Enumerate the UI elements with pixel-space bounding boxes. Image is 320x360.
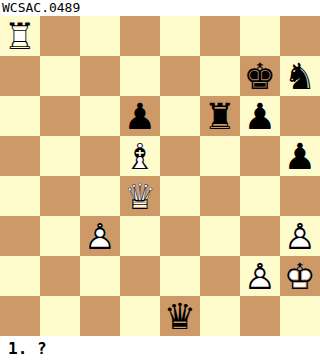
square-a7[interactable] <box>0 56 40 96</box>
piece-black-rook[interactable]: ♜ <box>200 96 240 136</box>
chess-board: ♜♖♚♞♟♜♟♝♗♟♛♕♟♙♟♙♟♙♚♔♛ <box>0 16 320 336</box>
chess-diagram: WCSAC.0489 ♜♖♚♞♟♜♟♝♗♟♛♕♟♙♟♙♟♙♚♔♛ 1. ? <box>0 0 320 360</box>
piece-white-king[interactable]: ♚♔ <box>280 256 320 296</box>
piece-glyph: ♕ <box>120 176 160 216</box>
square-c7[interactable] <box>80 56 120 96</box>
piece-black-knight[interactable]: ♞ <box>280 56 320 96</box>
square-e5[interactable] <box>160 136 200 176</box>
square-d6[interactable]: ♟ <box>120 96 160 136</box>
piece-black-pawn[interactable]: ♟ <box>120 96 160 136</box>
piece-black-queen[interactable]: ♛ <box>160 296 200 336</box>
square-f1[interactable] <box>200 296 240 336</box>
square-a6[interactable] <box>0 96 40 136</box>
square-e6[interactable] <box>160 96 200 136</box>
square-c2[interactable] <box>80 256 120 296</box>
square-g2[interactable]: ♟♙ <box>240 256 280 296</box>
square-h2[interactable]: ♚♔ <box>280 256 320 296</box>
piece-black-king[interactable]: ♚ <box>240 56 280 96</box>
square-c8[interactable] <box>80 16 120 56</box>
piece-glyph: ♟ <box>120 96 160 136</box>
square-h4[interactable] <box>280 176 320 216</box>
square-e7[interactable] <box>160 56 200 96</box>
square-e3[interactable] <box>160 216 200 256</box>
square-f2[interactable] <box>200 256 240 296</box>
square-h8[interactable] <box>280 16 320 56</box>
square-a4[interactable] <box>0 176 40 216</box>
square-b2[interactable] <box>40 256 80 296</box>
piece-white-pawn[interactable]: ♟♙ <box>280 216 320 256</box>
square-g4[interactable] <box>240 176 280 216</box>
piece-glyph: ♞ <box>280 56 320 96</box>
square-c5[interactable] <box>80 136 120 176</box>
piece-glyph: ♗ <box>120 136 160 176</box>
square-g8[interactable] <box>240 16 280 56</box>
square-b3[interactable] <box>40 216 80 256</box>
piece-white-bishop[interactable]: ♝♗ <box>120 136 160 176</box>
piece-glyph: ♙ <box>80 216 120 256</box>
piece-glyph: ♖ <box>0 16 40 56</box>
square-b1[interactable] <box>40 296 80 336</box>
square-f4[interactable] <box>200 176 240 216</box>
square-b7[interactable] <box>40 56 80 96</box>
piece-glyph: ♙ <box>280 216 320 256</box>
square-e2[interactable] <box>160 256 200 296</box>
square-f8[interactable] <box>200 16 240 56</box>
square-e4[interactable] <box>160 176 200 216</box>
square-d8[interactable] <box>120 16 160 56</box>
square-d1[interactable] <box>120 296 160 336</box>
square-b6[interactable] <box>40 96 80 136</box>
piece-black-pawn[interactable]: ♟ <box>240 96 280 136</box>
diagram-title: WCSAC.0489 <box>0 0 320 16</box>
square-f5[interactable] <box>200 136 240 176</box>
square-f6[interactable]: ♜ <box>200 96 240 136</box>
piece-glyph: ♟ <box>280 136 320 176</box>
square-h5[interactable]: ♟ <box>280 136 320 176</box>
square-c1[interactable] <box>80 296 120 336</box>
piece-white-rook[interactable]: ♜♖ <box>0 16 40 56</box>
square-g7[interactable]: ♚ <box>240 56 280 96</box>
square-a8[interactable]: ♜♖ <box>0 16 40 56</box>
move-prompt: 1. ? <box>0 336 320 360</box>
square-e8[interactable] <box>160 16 200 56</box>
square-c4[interactable] <box>80 176 120 216</box>
square-d2[interactable] <box>120 256 160 296</box>
square-h3[interactable]: ♟♙ <box>280 216 320 256</box>
square-h1[interactable] <box>280 296 320 336</box>
square-h7[interactable]: ♞ <box>280 56 320 96</box>
piece-glyph: ♔ <box>280 256 320 296</box>
square-e1[interactable]: ♛ <box>160 296 200 336</box>
square-a5[interactable] <box>0 136 40 176</box>
square-b5[interactable] <box>40 136 80 176</box>
square-f3[interactable] <box>200 216 240 256</box>
square-b8[interactable] <box>40 16 80 56</box>
square-a3[interactable] <box>0 216 40 256</box>
square-d7[interactable] <box>120 56 160 96</box>
square-d3[interactable] <box>120 216 160 256</box>
piece-glyph: ♙ <box>240 256 280 296</box>
square-c6[interactable] <box>80 96 120 136</box>
piece-glyph: ♜ <box>200 96 240 136</box>
piece-white-pawn[interactable]: ♟♙ <box>240 256 280 296</box>
piece-glyph: ♛ <box>160 296 200 336</box>
square-g1[interactable] <box>240 296 280 336</box>
piece-black-pawn[interactable]: ♟ <box>280 136 320 176</box>
piece-glyph: ♚ <box>240 56 280 96</box>
square-c3[interactable]: ♟♙ <box>80 216 120 256</box>
square-f7[interactable] <box>200 56 240 96</box>
piece-glyph: ♟ <box>240 96 280 136</box>
square-g3[interactable] <box>240 216 280 256</box>
square-d4[interactable]: ♛♕ <box>120 176 160 216</box>
square-d5[interactable]: ♝♗ <box>120 136 160 176</box>
square-a2[interactable] <box>0 256 40 296</box>
square-g5[interactable] <box>240 136 280 176</box>
piece-white-pawn[interactable]: ♟♙ <box>80 216 120 256</box>
square-a1[interactable] <box>0 296 40 336</box>
square-h6[interactable] <box>280 96 320 136</box>
square-b4[interactable] <box>40 176 80 216</box>
piece-white-queen[interactable]: ♛♕ <box>120 176 160 216</box>
square-g6[interactable]: ♟ <box>240 96 280 136</box>
